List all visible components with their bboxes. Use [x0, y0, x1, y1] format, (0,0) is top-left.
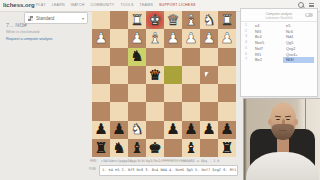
square-h4[interactable]: [92, 66, 110, 84]
black-pawn-h7[interactable]: ♟: [92, 121, 110, 139]
person-ear: [268, 119, 272, 125]
mouse-cursor: [205, 72, 210, 78]
fen-label: FEN: [90, 159, 96, 163]
square-d8[interactable]: [164, 139, 182, 157]
square-e3[interactable]: [146, 48, 164, 66]
white-pawn-h2[interactable]: ♟: [92, 29, 110, 47]
square-c4[interactable]: [182, 66, 200, 84]
black-knight-g8[interactable]: ♞: [110, 139, 128, 157]
black-pawn-d7[interactable]: ♟: [164, 121, 182, 139]
square-b8[interactable]: [200, 139, 218, 157]
square-f6[interactable]: [128, 102, 146, 120]
square-b3[interactable]: [200, 48, 218, 66]
square-f4[interactable]: [128, 66, 146, 84]
square-h7[interactable]: ♟: [92, 121, 110, 139]
square-e5[interactable]: [146, 84, 164, 102]
pgn-value: 1. e4 e5 2. Nf3 Nc6 3. Bc4 Nd4 4. Nxe5 Q…: [102, 168, 238, 172]
square-d1[interactable]: ♛: [164, 11, 182, 29]
square-e6[interactable]: [146, 102, 164, 120]
white-pawn-a2[interactable]: ♟: [218, 29, 236, 47]
nav-item-teams[interactable]: TEAMS: [140, 3, 153, 7]
black-bishop-c8[interactable]: ♝: [182, 139, 200, 157]
square-a6[interactable]: [218, 102, 236, 120]
square-g4[interactable]: [110, 66, 128, 84]
panel-divider: [241, 21, 317, 22]
current-move-text: 7... Nf3#: [6, 22, 27, 28]
square-a4[interactable]: [218, 66, 236, 84]
nav-item-support-lichess[interactable]: SUPPORT LICHESS: [159, 3, 196, 7]
square-d4[interactable]: [164, 66, 182, 84]
square-g2[interactable]: [110, 29, 128, 47]
square-c3[interactable]: [182, 48, 200, 66]
square-f8[interactable]: ♝: [128, 139, 146, 157]
square-f2[interactable]: ♟: [128, 29, 146, 47]
square-f5[interactable]: [128, 84, 146, 102]
white-rook-a1[interactable]: ♜: [218, 11, 236, 29]
square-b1[interactable]: ♞: [200, 11, 218, 29]
square-d3[interactable]: [164, 48, 182, 66]
move-list: 1e4e52Nf3Nc63Bc4Nd44Nxe5Qg55Nxf7Qxg26Rf1…: [243, 23, 317, 63]
square-c1[interactable]: ♝: [182, 11, 200, 29]
square-a5[interactable]: [218, 84, 236, 102]
nav-item-watch[interactable]: WATCH: [71, 3, 85, 7]
square-f3[interactable]: ♞: [128, 48, 146, 66]
black-rook-h8[interactable]: ♜: [92, 139, 110, 157]
nav-item-play[interactable]: PLAY: [36, 3, 46, 7]
square-g7[interactable]: ♟: [110, 121, 128, 139]
white-bishop-c1[interactable]: ♝: [182, 11, 200, 29]
site-logo[interactable]: lichess.org: [3, 2, 35, 8]
pgn-input[interactable]: 1. e4 e5 2. Nf3 Nc6 3. Bc4 Nd4 4. Nxe5 Q…: [99, 165, 238, 176]
board-icon: [28, 16, 33, 21]
black-pawn-a7[interactable]: ♟: [218, 121, 236, 139]
square-b2[interactable]: ♟: [200, 29, 218, 47]
square-c8[interactable]: ♝: [182, 139, 200, 157]
variant-label: Standard: [36, 16, 82, 21]
black-pawn-c7[interactable]: ♟: [182, 121, 200, 139]
square-h5[interactable]: [92, 84, 110, 102]
white-pawn-f2[interactable]: ♟: [128, 29, 146, 47]
white-pawn-d2[interactable]: ♟: [164, 29, 182, 47]
square-e1[interactable]: ♚: [146, 11, 164, 29]
white-bishop-e2[interactable]: ♝: [146, 29, 164, 47]
black-rook-a8[interactable]: ♜: [218, 139, 236, 157]
black-pawn-g7[interactable]: ♟: [110, 121, 128, 139]
person-eye: [276, 119, 280, 121]
fen-value[interactable]: r1b1kbnr/pppp1Npp/8/8/4q3/5n2/PPPPBP1P/R…: [101, 159, 235, 163]
square-c2[interactable]: ♟: [182, 29, 200, 47]
square-a8[interactable]: ♜: [218, 139, 236, 157]
panel-subtitle: in-browser Stockfish: [241, 16, 317, 20]
square-g8[interactable]: ♞: [110, 139, 128, 157]
white-king-e1[interactable]: ♚: [146, 11, 164, 29]
engine-toggle[interactable]: [305, 13, 313, 17]
variant-select[interactable]: Standard ▾: [24, 12, 88, 24]
square-h1[interactable]: [92, 11, 110, 29]
black-bishop-f8[interactable]: ♝: [128, 139, 146, 157]
white-knight-b1[interactable]: ♞: [200, 11, 218, 29]
square-b5[interactable]: [200, 84, 218, 102]
square-e4[interactable]: ♛: [146, 66, 164, 84]
square-f7[interactable]: ♞: [128, 121, 146, 139]
white-queen-d1[interactable]: ♛: [164, 11, 182, 29]
white-pawn-b2[interactable]: ♟: [200, 29, 218, 47]
game-status-text: White is checkmated: [6, 30, 39, 34]
black-king-e8[interactable]: ♚: [146, 139, 164, 157]
square-d6[interactable]: [164, 102, 182, 120]
square-c5[interactable]: [182, 84, 200, 102]
square-h6[interactable]: [92, 102, 110, 120]
square-g3[interactable]: [110, 48, 128, 66]
chess-board[interactable]: ♜♚♛♝♞♜♟♟♝♟♟♟♟♞♛♟♟♞♟♟♟♟♜♞♝♚♝♜: [92, 11, 236, 157]
square-c6[interactable]: [182, 102, 200, 120]
square-d2[interactable]: ♟: [164, 29, 182, 47]
person-ear: [294, 119, 298, 125]
black-queen-e4[interactable]: ♛: [146, 66, 164, 84]
square-a7[interactable]: ♟: [218, 121, 236, 139]
square-d7[interactable]: ♟: [164, 121, 182, 139]
square-c7[interactable]: ♟: [182, 121, 200, 139]
move-Be2[interactable]: Be2: [252, 57, 283, 63]
black-knight-f3[interactable]: ♞: [128, 48, 146, 66]
move-number: 7: [243, 57, 252, 63]
square-e8[interactable]: ♚: [146, 139, 164, 157]
square-h2[interactable]: ♟: [92, 29, 110, 47]
square-g6[interactable]: [110, 102, 128, 120]
square-b7[interactable]: ♟: [200, 121, 218, 139]
square-a3[interactable]: [218, 48, 236, 66]
chevron-down-icon: ▾: [82, 16, 84, 21]
square-b6[interactable]: [200, 102, 218, 120]
pgn-label: PGN: [89, 167, 96, 171]
black-pawn-b7[interactable]: ♟: [200, 121, 218, 139]
person-eye: [286, 119, 290, 121]
square-e2[interactable]: ♝: [146, 29, 164, 47]
square-g1[interactable]: [110, 11, 128, 29]
square-a1[interactable]: ♜: [218, 11, 236, 29]
main-nav: PLAYLEARNWATCHCOMMUNITYTOOLSTEAMSSUPPORT…: [36, 3, 196, 7]
white-knight-f7[interactable]: ♞: [128, 121, 146, 139]
person-mouth: [279, 130, 287, 131]
white-pawn-c2[interactable]: ♟: [182, 29, 200, 47]
square-d5[interactable]: [164, 84, 182, 102]
nav-item-community[interactable]: COMMUNITY: [91, 3, 115, 7]
menu-icon[interactable]: [309, 3, 314, 7]
nav-item-learn[interactable]: LEARN: [52, 3, 65, 7]
square-f1[interactable]: ♜: [128, 11, 146, 29]
move-Nf3#[interactable]: Nf3#: [283, 57, 314, 63]
square-h3[interactable]: [92, 48, 110, 66]
lichess-analysis-page: lichess.org PLAYLEARNWATCHCOMMUNITYTOOLS…: [0, 0, 320, 180]
square-h8[interactable]: ♜: [92, 139, 110, 157]
nav-item-tools[interactable]: TOOLS: [120, 3, 133, 7]
square-g5[interactable]: [110, 84, 128, 102]
person-nose: [282, 119, 285, 126]
move-list-panel: Computer analysis in-browser Stockfish 1…: [240, 8, 318, 97]
webcam-overlay: [243, 98, 320, 180]
square-a2[interactable]: ♟: [218, 29, 236, 47]
white-rook-f1[interactable]: ♜: [128, 11, 146, 29]
square-e7[interactable]: [146, 121, 164, 139]
computer-analysis-link[interactable]: Request a computer analysis: [6, 37, 52, 41]
